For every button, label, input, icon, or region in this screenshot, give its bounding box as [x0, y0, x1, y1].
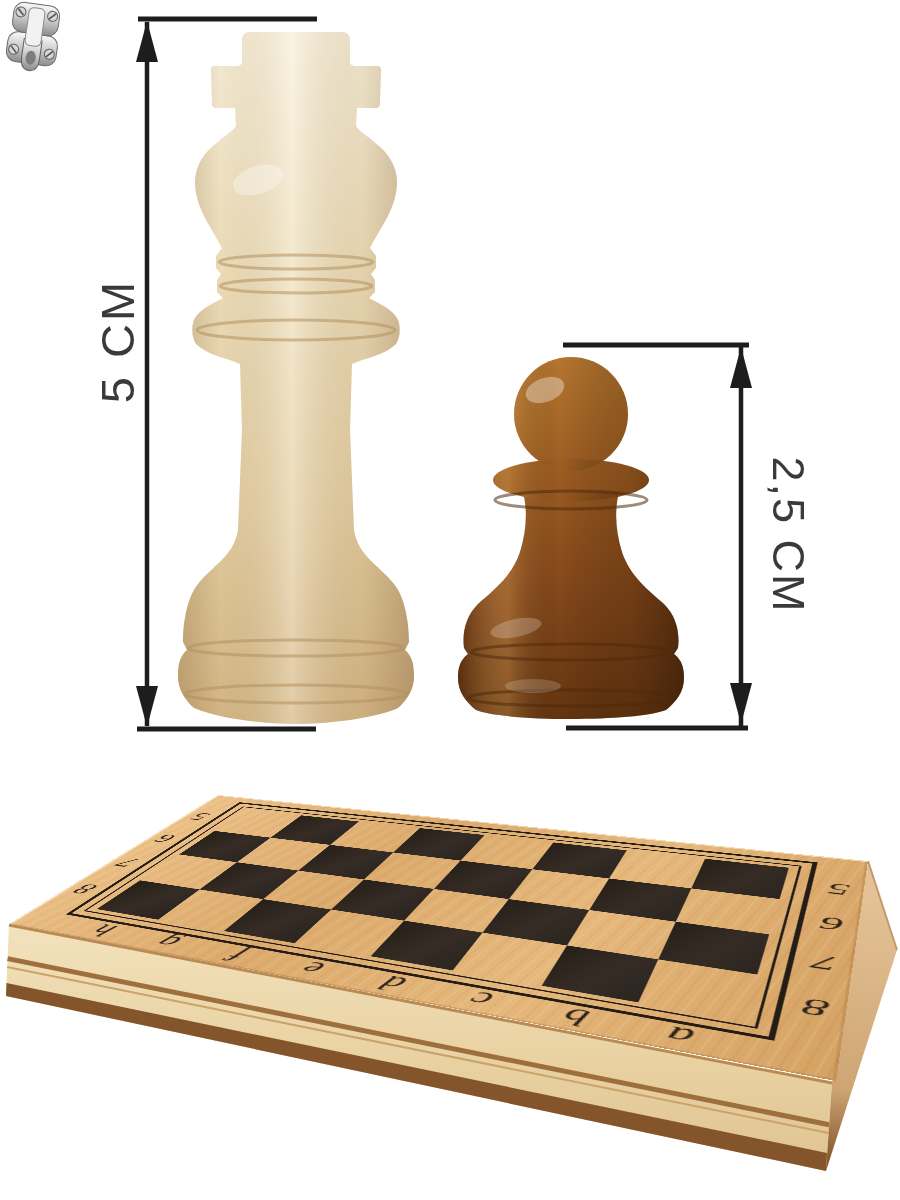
dimension-annotations: 5 CM 2,5 CM	[0, 0, 900, 1200]
king-arrow-up-icon	[136, 21, 158, 62]
pawn-arrow-down-icon	[730, 683, 752, 724]
king-dimension	[137, 19, 317, 729]
king-arrow-down-icon	[136, 686, 158, 727]
pawn-dimension	[563, 345, 749, 728]
clasp-icon	[0, 0, 73, 86]
product-photo: h g f e d c b a 5 6 7 8 5 6 7 8	[0, 0, 900, 1200]
pawn-arrow-up-icon	[730, 347, 752, 388]
pawn-height-label: 2,5 CM	[763, 456, 814, 613]
king-height-label: 5 CM	[91, 279, 144, 403]
